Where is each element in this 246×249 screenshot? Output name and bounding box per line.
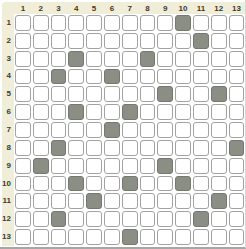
grid-cell-r10c1[interactable] <box>15 176 31 192</box>
row-label-10: 10 <box>2 175 14 193</box>
grid-cell-r4c12[interactable] <box>211 69 227 85</box>
grid-cell-r1c6[interactable] <box>104 15 120 31</box>
grid-cell-r5c4[interactable] <box>68 86 84 102</box>
col-label-8: 8 <box>139 2 157 14</box>
grid-cell-r3c7[interactable] <box>122 51 138 67</box>
grid-cell-r8c8[interactable] <box>140 140 156 156</box>
grid-cell-r12c4[interactable] <box>68 211 84 227</box>
grid-cell-r2c12[interactable] <box>211 33 227 49</box>
corner-spacer <box>2 2 14 14</box>
grid-cell-r7c4[interactable] <box>68 122 84 138</box>
grid-cell-r3c11[interactable] <box>193 51 209 67</box>
grid-cell-r13c1[interactable] <box>15 229 31 245</box>
row-label-7: 7 <box>2 121 14 139</box>
grid-cell-r4c9[interactable] <box>157 69 173 85</box>
grid-cell-r9c9-blocked[interactable] <box>157 158 173 174</box>
grid-cell-r7c8[interactable] <box>140 122 156 138</box>
grid-cell-r2c3[interactable] <box>51 33 67 49</box>
grid-cell-r13c8[interactable] <box>140 229 156 245</box>
grid-cell-r3c2[interactable] <box>33 51 49 67</box>
grid-cell-r6c8[interactable] <box>140 104 156 120</box>
col-label-12: 12 <box>210 2 228 14</box>
grid-cell-r11c9[interactable] <box>157 193 173 209</box>
grid-cell-r8c5[interactable] <box>86 140 102 156</box>
grid-cell-r9c11[interactable] <box>193 158 209 174</box>
grid-cell-r6c12[interactable] <box>211 104 227 120</box>
grid-cell-r2c6[interactable] <box>104 33 120 49</box>
grid-cell-r10c13[interactable] <box>229 176 245 192</box>
grid-cell-r8c11[interactable] <box>193 140 209 156</box>
grid-cell-r11c1[interactable] <box>15 193 31 209</box>
col-label-3: 3 <box>50 2 68 14</box>
grid-cell-r7c12[interactable] <box>211 122 227 138</box>
grid-cell-r5c7[interactable] <box>122 86 138 102</box>
grid-cell-r6c5[interactable] <box>86 104 102 120</box>
grid-cell-r9c3[interactable] <box>51 158 67 174</box>
row-label-8: 8 <box>2 139 14 157</box>
grid-cell-r7c1[interactable] <box>15 122 31 138</box>
grid-cell-r8c1[interactable] <box>15 140 31 156</box>
puzzle-board: 1234567891011121312345678910111213 <box>2 2 245 246</box>
grid-cell-r1c2[interactable] <box>33 15 49 31</box>
grid-cell-r5c3[interactable] <box>51 86 67 102</box>
grid-cell-r12c1[interactable] <box>15 211 31 227</box>
grid-cell-r3c9[interactable] <box>157 51 173 67</box>
grid-cell-r8c4[interactable] <box>68 140 84 156</box>
grid-cell-r8c9[interactable] <box>157 140 173 156</box>
grid-cell-r7c2[interactable] <box>33 122 49 138</box>
grid-cell-r6c4-blocked[interactable] <box>68 104 84 120</box>
grid-cell-r13c6[interactable] <box>104 229 120 245</box>
grid-cell-r9c1[interactable] <box>15 158 31 174</box>
grid-cell-r13c10[interactable] <box>175 229 191 245</box>
grid-cell-r4c2[interactable] <box>33 69 49 85</box>
grid-cell-r3c13[interactable] <box>229 51 245 67</box>
grid-cell-r9c13[interactable] <box>229 158 245 174</box>
grid-cell-r4c11[interactable] <box>193 69 209 85</box>
grid-cell-r13c2[interactable] <box>33 229 49 245</box>
grid-cell-r2c1[interactable] <box>15 33 31 49</box>
grid-cell-r10c3[interactable] <box>51 176 67 192</box>
grid-cell-r1c11[interactable] <box>193 15 209 31</box>
grid-cell-r5c13[interactable] <box>229 86 245 102</box>
grid-cell-r3c3[interactable] <box>51 51 67 67</box>
grid-cell-r9c7[interactable] <box>122 158 138 174</box>
grid-cell-r1c10-blocked[interactable] <box>175 15 191 31</box>
grid-cell-r10c11[interactable] <box>193 176 209 192</box>
grid-cell-r6c6[interactable] <box>104 104 120 120</box>
grid-cell-r13c13[interactable] <box>229 229 245 245</box>
grid-cell-r2c10[interactable] <box>175 33 191 49</box>
grid-cell-r1c1[interactable] <box>15 15 31 31</box>
grid-cell-r2c2[interactable] <box>33 33 49 49</box>
grid-cell-r3c1[interactable] <box>15 51 31 67</box>
grid-cell-r5c6[interactable] <box>104 86 120 102</box>
grid-cell-r5c1[interactable] <box>15 86 31 102</box>
grid-cell-r7c3[interactable] <box>51 122 67 138</box>
grid-cell-r5c2[interactable] <box>33 86 49 102</box>
grid-cell-r12c5[interactable] <box>86 211 102 227</box>
grid-cell-r3c5[interactable] <box>86 51 102 67</box>
row-label-9: 9 <box>2 157 14 175</box>
grid-cell-r13c3[interactable] <box>51 229 67 245</box>
grid-cell-r13c4[interactable] <box>68 229 84 245</box>
row-label-5: 5 <box>2 85 14 103</box>
grid-cell-r13c9[interactable] <box>157 229 173 245</box>
grid-cell-r1c9[interactable] <box>157 15 173 31</box>
grid-cell-r10c4-blocked[interactable] <box>68 176 84 192</box>
grid-cell-r5c11[interactable] <box>193 86 209 102</box>
grid-cell-r11c4[interactable] <box>68 193 84 209</box>
grid-cell-r11c11[interactable] <box>193 193 209 209</box>
grid-cell-r1c12[interactable] <box>211 15 227 31</box>
grid-cell-r4c1[interactable] <box>15 69 31 85</box>
grid-cell-r6c1[interactable] <box>15 104 31 120</box>
grid-cell-r1c13[interactable] <box>229 15 245 31</box>
grid-cell-r12c3-blocked[interactable] <box>51 211 67 227</box>
puzzle-window: 1234567891011121312345678910111213 <box>0 0 246 249</box>
grid-cell-r10c2[interactable] <box>33 176 49 192</box>
grid-cell-r8c6[interactable] <box>104 140 120 156</box>
grid-cell-r7c11[interactable] <box>193 122 209 138</box>
grid-cell-r6c11[interactable] <box>193 104 209 120</box>
grid-cell-r11c13[interactable] <box>229 193 245 209</box>
grid-cell-r2c4[interactable] <box>68 33 84 49</box>
grid-cell-r1c5[interactable] <box>86 15 102 31</box>
grid-cell-r3c4-blocked[interactable] <box>68 51 84 67</box>
row-label-12: 12 <box>2 210 14 228</box>
grid-cell-r7c5[interactable] <box>86 122 102 138</box>
grid-cell-r2c9[interactable] <box>157 33 173 49</box>
grid-cell-r13c12[interactable] <box>211 229 227 245</box>
grid-cell-r9c4[interactable] <box>68 158 84 174</box>
grid-cell-r7c7[interactable] <box>122 122 138 138</box>
grid-cell-r11c5-blocked[interactable] <box>86 193 102 209</box>
grid-cell-r12c12[interactable] <box>211 211 227 227</box>
grid-cell-r8c3-blocked[interactable] <box>51 140 67 156</box>
grid-cell-r13c7-blocked[interactable] <box>122 229 138 245</box>
grid-cell-r13c5[interactable] <box>86 229 102 245</box>
grid-cell-r9c8[interactable] <box>140 158 156 174</box>
grid-cell-r10c8[interactable] <box>140 176 156 192</box>
grid-cell-r9c12[interactable] <box>211 158 227 174</box>
grid-cell-r12c11-blocked[interactable] <box>193 211 209 227</box>
grid-cell-r3c8-blocked[interactable] <box>140 51 156 67</box>
grid-cell-r8c13-blocked[interactable] <box>229 140 245 156</box>
col-label-4: 4 <box>67 2 85 14</box>
grid-cell-r7c10[interactable] <box>175 122 191 138</box>
grid-cell-r8c10[interactable] <box>175 140 191 156</box>
col-label-13: 13 <box>228 2 246 14</box>
grid-cell-r1c3[interactable] <box>51 15 67 31</box>
row-label-13: 13 <box>2 228 14 246</box>
col-label-5: 5 <box>85 2 103 14</box>
grid-cell-r11c2[interactable] <box>33 193 49 209</box>
grid-cell-r5c12-blocked[interactable] <box>211 86 227 102</box>
col-label-2: 2 <box>32 2 50 14</box>
grid-cell-r2c8[interactable] <box>140 33 156 49</box>
grid-cell-r5c5[interactable] <box>86 86 102 102</box>
grid-cell-r10c9[interactable] <box>157 176 173 192</box>
grid-cell-r9c10[interactable] <box>175 158 191 174</box>
grid-cell-r11c10[interactable] <box>175 193 191 209</box>
grid-cell-r5c9-blocked[interactable] <box>157 86 173 102</box>
grid-cell-r7c13[interactable] <box>229 122 245 138</box>
grid-cell-r6c7-blocked[interactable] <box>122 104 138 120</box>
grid-cell-r8c12[interactable] <box>211 140 227 156</box>
col-label-11: 11 <box>192 2 210 14</box>
row-label-4: 4 <box>2 68 14 86</box>
grid-cell-r3c12[interactable] <box>211 51 227 67</box>
grid-cell-r1c8[interactable] <box>140 15 156 31</box>
col-label-7: 7 <box>121 2 139 14</box>
grid-cell-r2c13[interactable] <box>229 33 245 49</box>
grid-cell-r5c10[interactable] <box>175 86 191 102</box>
grid-cell-r12c7[interactable] <box>122 211 138 227</box>
grid-cell-r8c7[interactable] <box>122 140 138 156</box>
grid-cell-r4c7[interactable] <box>122 69 138 85</box>
grid-cell-r7c6-blocked[interactable] <box>104 122 120 138</box>
grid-cell-r12c8[interactable] <box>140 211 156 227</box>
grid-cell-r6c3[interactable] <box>51 104 67 120</box>
grid-cell-r2c11-blocked[interactable] <box>193 33 209 49</box>
grid-cell-r4c13[interactable] <box>229 69 245 85</box>
grid-cell-r10c7-blocked[interactable] <box>122 176 138 192</box>
grid-cell-r11c6[interactable] <box>104 193 120 209</box>
grid-cell-r12c2[interactable] <box>33 211 49 227</box>
grid-cell-r12c13[interactable] <box>229 211 245 227</box>
grid-cell-r12c9[interactable] <box>157 211 173 227</box>
grid-cell-r9c5[interactable] <box>86 158 102 174</box>
grid-cell-r11c8[interactable] <box>140 193 156 209</box>
col-label-1: 1 <box>14 2 32 14</box>
grid-cell-r6c13[interactable] <box>229 104 245 120</box>
grid-cell-r6c10[interactable] <box>175 104 191 120</box>
grid-cell-r10c12[interactable] <box>211 176 227 192</box>
row-label-3: 3 <box>2 50 14 68</box>
row-label-6: 6 <box>2 103 14 121</box>
grid-cell-r2c5[interactable] <box>86 33 102 49</box>
grid-cell-r8c2[interactable] <box>33 140 49 156</box>
row-label-11: 11 <box>2 192 14 210</box>
grid-cell-r4c8[interactable] <box>140 69 156 85</box>
puzzle-grid: 1234567891011121312345678910111213 <box>2 2 245 246</box>
grid-cell-r2c7[interactable] <box>122 33 138 49</box>
grid-cell-r3c6[interactable] <box>104 51 120 67</box>
grid-cell-r13c11[interactable] <box>193 229 209 245</box>
grid-cell-r9c6[interactable] <box>104 158 120 174</box>
grid-cell-r11c7[interactable] <box>122 193 138 209</box>
row-label-1: 1 <box>2 14 14 32</box>
grid-cell-r12c10[interactable] <box>175 211 191 227</box>
grid-cell-r6c2[interactable] <box>33 104 49 120</box>
grid-cell-r3c10[interactable] <box>175 51 191 67</box>
grid-cell-r4c10[interactable] <box>175 69 191 85</box>
grid-cell-r4c6-blocked[interactable] <box>104 69 120 85</box>
grid-cell-r5c8[interactable] <box>140 86 156 102</box>
col-label-9: 9 <box>156 2 174 14</box>
col-label-6: 6 <box>103 2 121 14</box>
grid-cell-r7c9[interactable] <box>157 122 173 138</box>
grid-cell-r6c9[interactable] <box>157 104 173 120</box>
grid-cell-r11c12-blocked[interactable] <box>211 193 227 209</box>
grid-cell-r10c6[interactable] <box>104 176 120 192</box>
grid-cell-r10c5[interactable] <box>86 176 102 192</box>
grid-cell-r1c7[interactable] <box>122 15 138 31</box>
col-label-10: 10 <box>174 2 192 14</box>
grid-cell-r4c3-blocked[interactable] <box>51 69 67 85</box>
grid-cell-r4c4[interactable] <box>68 69 84 85</box>
grid-cell-r9c2-blocked[interactable] <box>33 158 49 174</box>
grid-cell-r10c10-blocked[interactable] <box>175 176 191 192</box>
grid-cell-r4c5[interactable] <box>86 69 102 85</box>
row-label-2: 2 <box>2 32 14 50</box>
grid-cell-r12c6[interactable] <box>104 211 120 227</box>
grid-cell-r1c4[interactable] <box>68 15 84 31</box>
grid-cell-r11c3[interactable] <box>51 193 67 209</box>
